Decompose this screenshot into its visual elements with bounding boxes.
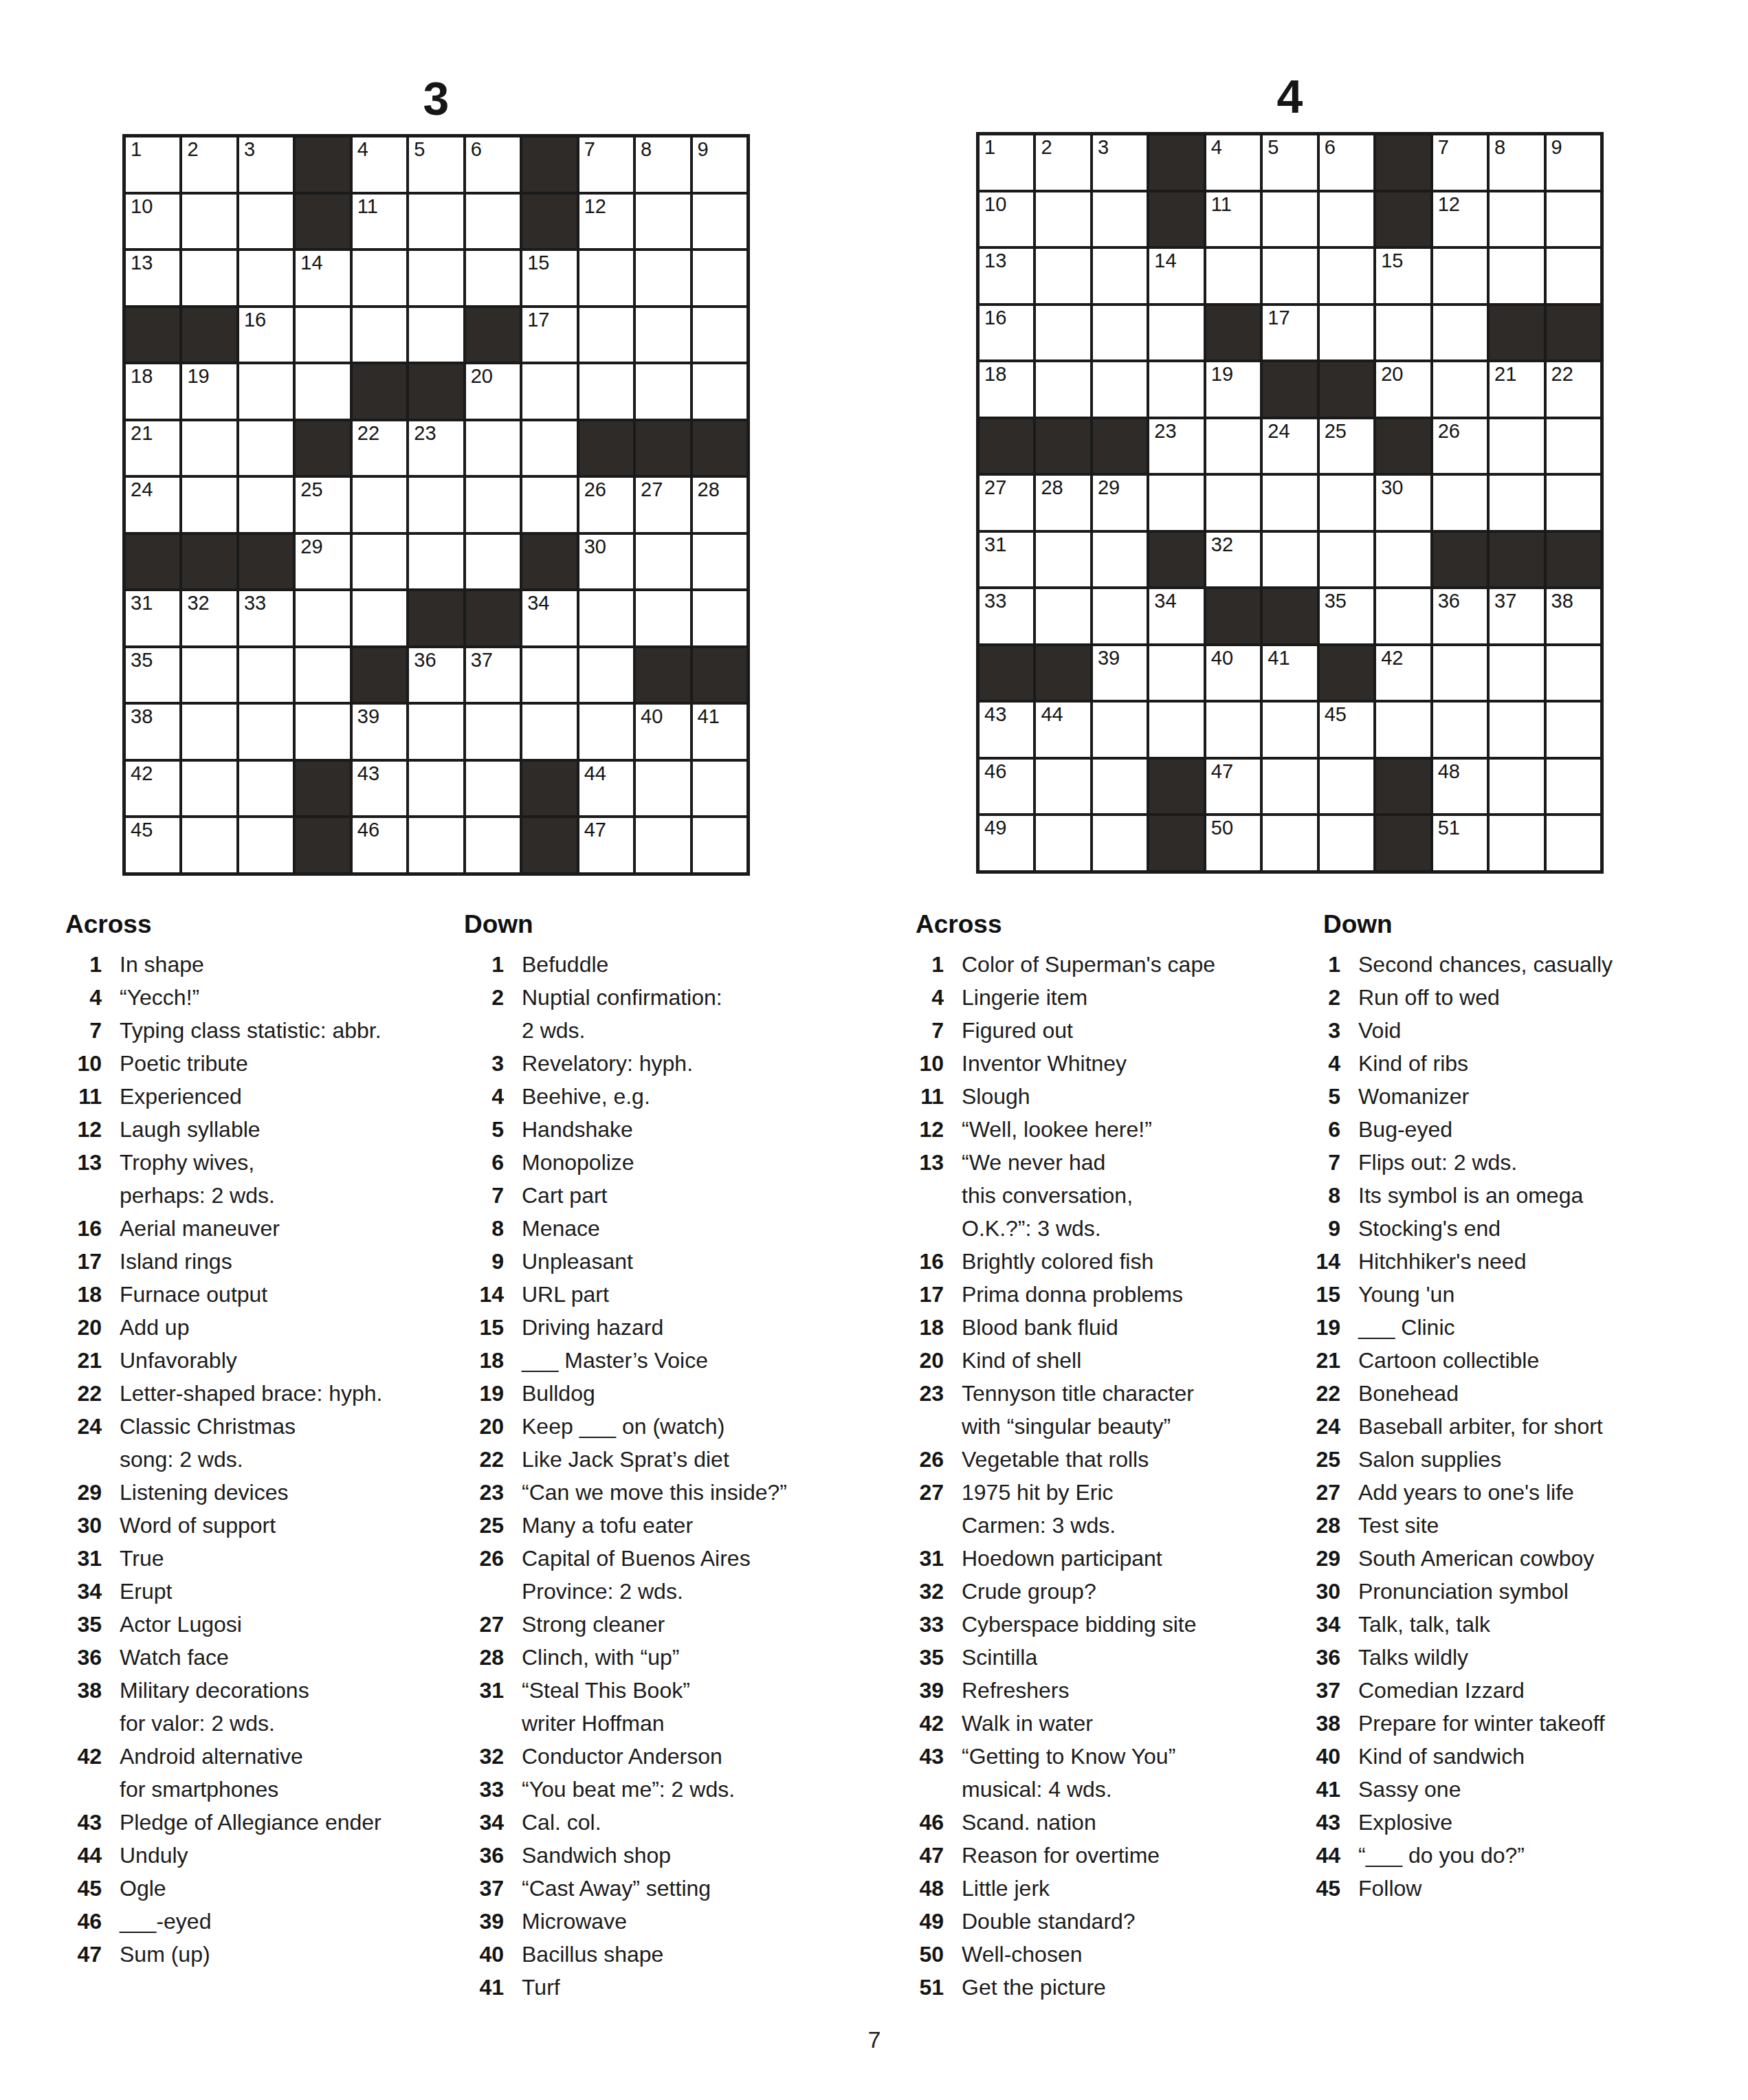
grid-cell[interactable]: 4 xyxy=(353,137,406,192)
grid-cell[interactable]: 27 xyxy=(636,478,689,532)
clue-item: 4Beehive, e.g. xyxy=(443,1080,832,1113)
clue-item-text: Scintilla xyxy=(962,1641,1037,1674)
grid-cell[interactable]: 29 xyxy=(1093,476,1147,530)
black-cell xyxy=(296,762,349,816)
clue-item-text: ___ Clinic xyxy=(1358,1311,1455,1344)
grid-cell[interactable]: 6 xyxy=(466,137,520,192)
grid-cell[interactable]: 50 xyxy=(1206,816,1260,870)
grid-cell[interactable]: 49 xyxy=(980,816,1033,870)
grid-cell[interactable] xyxy=(636,364,689,419)
grid-cell[interactable] xyxy=(1093,760,1147,814)
grid-cell[interactable] xyxy=(1036,760,1089,814)
clue-item-number: 13 xyxy=(41,1146,120,1179)
grid-cell[interactable]: 39 xyxy=(1093,646,1147,700)
clue-item: 18Blood bank fluid xyxy=(883,1311,1265,1344)
grid-cell[interactable]: 1 xyxy=(980,135,1033,190)
grid-cell[interactable] xyxy=(1206,249,1260,303)
grid-cell[interactable]: 7 xyxy=(579,137,633,192)
grid-cell[interactable]: 24 xyxy=(1263,419,1316,474)
grid-cell[interactable]: 28 xyxy=(693,478,746,532)
grid-cell[interactable]: 18 xyxy=(126,364,179,419)
grid-cell[interactable] xyxy=(636,535,689,589)
grid-cell[interactable] xyxy=(1149,703,1203,757)
grid-cell[interactable]: 8 xyxy=(1490,135,1543,190)
grid-cell[interactable] xyxy=(1433,703,1487,757)
grid-cell[interactable]: 36 xyxy=(1433,589,1487,643)
grid-cell[interactable] xyxy=(409,762,463,816)
grid-cell[interactable]: 25 xyxy=(296,478,349,532)
grid-cell[interactable]: 40 xyxy=(636,705,689,759)
grid-cell[interactable]: 38 xyxy=(126,705,179,759)
clue-item-number: 8 xyxy=(1280,1179,1358,1212)
grid-cell[interactable] xyxy=(182,195,236,249)
cell-number: 28 xyxy=(698,479,720,500)
cell-number: 40 xyxy=(641,706,663,727)
grid-cell[interactable] xyxy=(1263,816,1316,870)
grid-cell[interactable] xyxy=(1320,192,1373,247)
grid-cell[interactable] xyxy=(296,705,349,759)
grid-cell[interactable]: 21 xyxy=(1490,362,1543,417)
grid-cell[interactable] xyxy=(1376,703,1430,757)
grid-cell[interactable]: 26 xyxy=(1433,419,1487,474)
grid-cell[interactable] xyxy=(1433,646,1487,700)
grid-cell[interactable] xyxy=(1149,362,1203,417)
clue-item-number: 23 xyxy=(443,1476,522,1509)
grid-cell[interactable]: 3 xyxy=(1093,135,1147,190)
grid-cell[interactable] xyxy=(1490,703,1543,757)
grid-cell[interactable] xyxy=(1320,306,1373,360)
grid-cell[interactable]: 41 xyxy=(693,705,746,759)
grid-cell[interactable]: 8 xyxy=(636,137,689,192)
grid-cell[interactable]: 3 xyxy=(239,137,293,192)
grid-cell[interactable] xyxy=(1490,419,1543,474)
grid-cell[interactable]: 4 xyxy=(1206,135,1260,190)
grid-cell[interactable] xyxy=(1320,249,1373,303)
grid-cell[interactable] xyxy=(1149,306,1203,360)
clue-item: 32Crude group? xyxy=(883,1575,1265,1608)
grid-cell[interactable] xyxy=(1320,476,1373,530)
grid-cell[interactable] xyxy=(1320,816,1373,870)
clue-item-text: Prepare for winter takeoff xyxy=(1358,1707,1605,1740)
grid-cell[interactable] xyxy=(522,648,576,703)
grid-cell[interactable] xyxy=(1263,533,1316,587)
grid-cell[interactable]: 37 xyxy=(466,648,520,703)
grid-cell[interactable] xyxy=(1547,760,1600,814)
grid-cell[interactable] xyxy=(522,478,576,532)
grid-cell[interactable] xyxy=(1547,703,1600,757)
grid-cell[interactable] xyxy=(693,364,746,419)
black-cell xyxy=(1490,533,1543,587)
grid-cell[interactable]: 10 xyxy=(980,192,1033,247)
grid-cell[interactable] xyxy=(409,251,463,305)
grid-cell[interactable] xyxy=(466,818,520,872)
grid-cell[interactable] xyxy=(1263,760,1316,814)
clue-item: 24Baseball arbiter, for short xyxy=(1280,1410,1679,1443)
puzzle-4-down-list: 1Second chances, casually2Run off to wed… xyxy=(1280,948,1679,1905)
grid-cell[interactable] xyxy=(466,421,520,476)
grid-cell[interactable] xyxy=(636,591,689,645)
clue-item-text: Unduly xyxy=(120,1839,188,1872)
grid-cell[interactable]: 41 xyxy=(1263,646,1316,700)
clue-item: 22Bonehead xyxy=(1280,1377,1679,1410)
grid-cell[interactable]: 46 xyxy=(353,818,406,872)
grid-cell[interactable]: 28 xyxy=(1036,476,1089,530)
grid-cell[interactable] xyxy=(466,478,520,532)
grid-cell[interactable] xyxy=(1376,306,1430,360)
grid-cell[interactable] xyxy=(466,762,520,816)
grid-cell[interactable]: 43 xyxy=(980,703,1033,757)
grid-cell[interactable] xyxy=(239,648,293,703)
clue-item: 8Its symbol is an omega xyxy=(1280,1179,1679,1212)
grid-cell[interactable]: 39 xyxy=(353,705,406,759)
grid-cell[interactable] xyxy=(296,308,349,362)
grid-cell[interactable] xyxy=(182,421,236,476)
grid-cell[interactable] xyxy=(409,478,463,532)
cell-number: 49 xyxy=(984,817,1006,838)
grid-cell[interactable] xyxy=(1490,816,1543,870)
grid-cell[interactable]: 31 xyxy=(980,533,1033,587)
grid-cell[interactable] xyxy=(693,762,746,816)
grid-cell[interactable]: 6 xyxy=(1320,135,1373,190)
clue-item: 17Prima donna problems xyxy=(883,1278,1265,1311)
grid-cell[interactable] xyxy=(239,364,293,419)
grid-cell[interactable]: 22 xyxy=(353,421,406,476)
grid-cell[interactable] xyxy=(239,478,293,532)
cell-number: 17 xyxy=(527,309,549,330)
clue-item-number: 11 xyxy=(883,1080,962,1113)
grid-cell[interactable]: 9 xyxy=(693,137,746,192)
grid-cell[interactable]: 17 xyxy=(522,308,576,362)
grid-cell[interactable] xyxy=(1490,249,1543,303)
grid-cell[interactable] xyxy=(1263,249,1316,303)
grid-cell[interactable] xyxy=(1320,760,1373,814)
grid-cell[interactable]: 1 xyxy=(126,137,179,192)
cell-number: 24 xyxy=(131,479,153,500)
clue-item-number: 49 xyxy=(883,1905,962,1938)
grid-cell[interactable] xyxy=(1263,192,1316,247)
grid-cell[interactable]: 9 xyxy=(1547,135,1600,190)
grid-cell[interactable] xyxy=(636,762,689,816)
grid-cell[interactable] xyxy=(1547,476,1600,530)
grid-cell[interactable]: 21 xyxy=(126,421,179,476)
grid-cell[interactable] xyxy=(579,308,633,362)
grid-cell[interactable]: 33 xyxy=(980,589,1033,643)
grid-cell[interactable] xyxy=(409,535,463,589)
grid-cell[interactable]: 33 xyxy=(239,591,293,645)
grid-cell[interactable]: 13 xyxy=(126,251,179,305)
grid-cell[interactable] xyxy=(353,478,406,532)
grid-cell[interactable] xyxy=(1433,476,1487,530)
grid-cell[interactable]: 5 xyxy=(409,137,463,192)
grid-cell[interactable]: 45 xyxy=(1320,703,1373,757)
grid-cell[interactable]: 13 xyxy=(980,249,1033,303)
grid-cell[interactable]: 17 xyxy=(1263,306,1316,360)
grid-cell[interactable] xyxy=(579,648,633,703)
grid-cell[interactable]: 34 xyxy=(522,591,576,645)
grid-cell[interactable]: 12 xyxy=(1433,192,1487,247)
grid-cell[interactable]: 47 xyxy=(1206,760,1260,814)
grid-cell[interactable]: 15 xyxy=(522,251,576,305)
grid-cell[interactable]: 22 xyxy=(1547,362,1600,417)
grid-cell[interactable] xyxy=(1206,476,1260,530)
clue-item: 48Little jerk xyxy=(883,1872,1265,1905)
grid-cell[interactable]: 2 xyxy=(1036,135,1089,190)
grid-cell[interactable]: 37 xyxy=(1490,589,1543,643)
grid-cell[interactable]: 46 xyxy=(980,760,1033,814)
grid-cell[interactable]: 18 xyxy=(980,362,1033,417)
grid-cell[interactable] xyxy=(1036,249,1089,303)
grid-cell[interactable] xyxy=(1433,362,1487,417)
grid-cell[interactable]: 5 xyxy=(1263,135,1316,190)
grid-cell[interactable] xyxy=(182,251,236,305)
clue-item: 1In shape xyxy=(41,948,443,981)
grid-cell[interactable] xyxy=(1036,192,1089,247)
grid-cell[interactable] xyxy=(522,364,576,419)
grid-cell[interactable]: 44 xyxy=(579,762,633,816)
grid-cell[interactable]: 25 xyxy=(1320,419,1373,474)
grid-cell[interactable] xyxy=(353,308,406,362)
grid-cell[interactable]: 30 xyxy=(579,535,633,589)
grid-cell[interactable]: 14 xyxy=(296,251,349,305)
grid-cell[interactable]: 32 xyxy=(1206,533,1260,587)
grid-cell[interactable] xyxy=(1149,646,1203,700)
grid-cell[interactable]: 19 xyxy=(1206,362,1260,417)
grid-cell[interactable] xyxy=(409,195,463,249)
grid-cell[interactable] xyxy=(1547,816,1600,870)
grid-cell[interactable]: 31 xyxy=(126,591,179,645)
grid-cell[interactable] xyxy=(466,705,520,759)
grid-cell[interactable] xyxy=(1093,703,1147,757)
grid-cell[interactable]: 26 xyxy=(579,478,633,532)
grid-cell[interactable] xyxy=(1433,306,1487,360)
clue-item-text: Its symbol is an omega xyxy=(1358,1179,1583,1212)
cell-number: 31 xyxy=(984,534,1006,555)
grid-cell[interactable] xyxy=(296,648,349,703)
clue-item-number: 16 xyxy=(41,1212,120,1245)
grid-cell[interactable] xyxy=(1547,249,1600,303)
clue-item-number: 39 xyxy=(883,1674,962,1707)
puzzle-4-down-column: Down 1Second chances, casually2Run off t… xyxy=(1280,909,1679,1905)
grid-cell[interactable] xyxy=(1036,533,1089,587)
grid-cell[interactable] xyxy=(1093,249,1147,303)
grid-cell[interactable]: 20 xyxy=(466,364,520,419)
grid-cell[interactable]: 2 xyxy=(182,137,236,192)
grid-cell[interactable] xyxy=(239,705,293,759)
grid-cell[interactable]: 27 xyxy=(980,476,1033,530)
clue-item-text: Bacillus shape xyxy=(522,1938,663,1971)
grid-cell[interactable] xyxy=(296,364,349,419)
grid-cell[interactable] xyxy=(1490,646,1543,700)
grid-cell[interactable]: 38 xyxy=(1547,589,1600,643)
grid-cell[interactable] xyxy=(579,364,633,419)
clue-item-text: Blood bank fluid xyxy=(962,1311,1118,1344)
grid-cell[interactable] xyxy=(239,251,293,305)
grid-cell[interactable] xyxy=(1036,362,1089,417)
grid-cell[interactable]: 47 xyxy=(579,818,633,872)
grid-cell[interactable] xyxy=(1093,192,1147,247)
grid-cell[interactable] xyxy=(409,308,463,362)
grid-cell[interactable]: 23 xyxy=(1149,419,1203,474)
grid-cell[interactable]: 16 xyxy=(980,306,1033,360)
cell-number: 1 xyxy=(984,137,995,157)
cell-number: 12 xyxy=(1438,194,1460,214)
grid-cell[interactable] xyxy=(636,195,689,249)
grid-cell[interactable] xyxy=(1490,760,1543,814)
grid-cell[interactable] xyxy=(1093,816,1147,870)
grid-cell[interactable] xyxy=(182,478,236,532)
grid-cell[interactable] xyxy=(466,535,520,589)
cell-number: 46 xyxy=(984,761,1006,782)
grid-cell[interactable] xyxy=(522,421,576,476)
clue-item: 39Refreshers xyxy=(883,1674,1265,1707)
grid-cell[interactable] xyxy=(636,818,689,872)
grid-cell[interactable] xyxy=(1036,306,1089,360)
grid-cell[interactable] xyxy=(693,591,746,645)
grid-cell[interactable]: 29 xyxy=(296,535,349,589)
grid-cell[interactable] xyxy=(409,705,463,759)
grid-cell[interactable] xyxy=(579,251,633,305)
grid-cell[interactable] xyxy=(1376,533,1430,587)
grid-cell[interactable]: 12 xyxy=(579,195,633,249)
clue-item: 6Monopolize xyxy=(443,1146,832,1179)
grid-cell[interactable] xyxy=(466,195,520,249)
grid-cell[interactable] xyxy=(693,818,746,872)
clue-item-text: Color of Superman's cape xyxy=(962,948,1215,981)
grid-cell[interactable] xyxy=(636,251,689,305)
clue-item: 36Watch face xyxy=(41,1641,443,1674)
clue-item-text: Classic Christmas song: 2 wds. xyxy=(120,1410,296,1476)
grid-cell[interactable]: 11 xyxy=(1206,192,1260,247)
clue-item-text: Add years to one's life xyxy=(1358,1476,1574,1509)
grid-cell[interactable] xyxy=(1036,589,1089,643)
grid-cell[interactable]: 51 xyxy=(1433,816,1487,870)
grid-cell[interactable] xyxy=(1547,646,1600,700)
grid-cell[interactable] xyxy=(182,818,236,872)
grid-cell[interactable] xyxy=(353,591,406,645)
grid-cell[interactable] xyxy=(353,535,406,589)
clue-item-number: 42 xyxy=(883,1707,962,1740)
grid-cell[interactable] xyxy=(693,308,746,362)
grid-cell[interactable] xyxy=(1547,419,1600,474)
grid-cell[interactable] xyxy=(1206,703,1260,757)
black-cell xyxy=(1490,306,1543,360)
grid-cell[interactable] xyxy=(1149,476,1203,530)
grid-cell[interactable] xyxy=(1093,533,1147,587)
grid-cell[interactable] xyxy=(636,308,689,362)
clue-item-number: 23 xyxy=(883,1377,962,1410)
grid-cell[interactable]: 42 xyxy=(1376,646,1430,700)
grid-cell[interactable] xyxy=(182,762,236,816)
clue-item-text: Salon supplies xyxy=(1358,1443,1501,1476)
grid-cell[interactable] xyxy=(239,762,293,816)
grid-cell[interactable]: 16 xyxy=(239,308,293,362)
grid-cell[interactable]: 10 xyxy=(126,195,179,249)
grid-cell[interactable]: 15 xyxy=(1376,249,1430,303)
clue-item-number: 24 xyxy=(41,1410,120,1443)
grid-cell[interactable] xyxy=(1093,306,1147,360)
grid-cell[interactable] xyxy=(579,705,633,759)
grid-cell[interactable] xyxy=(1376,589,1430,643)
grid-cell[interactable] xyxy=(1547,192,1600,247)
crossword-grid-4: 1234567891011121314151617181920212223242… xyxy=(976,132,1604,874)
clue-item: 22Letter-shaped brace: hyph. xyxy=(41,1377,443,1410)
grid-cell[interactable]: 14 xyxy=(1149,249,1203,303)
grid-cell[interactable] xyxy=(693,195,746,249)
grid-cell[interactable] xyxy=(409,818,463,872)
cell-number: 4 xyxy=(1211,137,1222,157)
grid-cell[interactable] xyxy=(353,251,406,305)
grid-cell[interactable] xyxy=(466,251,520,305)
grid-cell[interactable] xyxy=(1490,476,1543,530)
clue-item: 37Comedian Izzard xyxy=(1280,1674,1679,1707)
grid-cell[interactable]: 34 xyxy=(1149,589,1203,643)
grid-cell[interactable]: 45 xyxy=(126,818,179,872)
grid-cell[interactable] xyxy=(1263,476,1316,530)
grid-cell[interactable]: 40 xyxy=(1206,646,1260,700)
down-header: Down xyxy=(1323,909,1679,940)
grid-cell[interactable]: 19 xyxy=(182,364,236,419)
grid-cell[interactable]: 20 xyxy=(1376,362,1430,417)
grid-cell[interactable]: 35 xyxy=(126,648,179,703)
grid-cell[interactable]: 42 xyxy=(126,762,179,816)
grid-cell[interactable]: 30 xyxy=(1376,476,1430,530)
grid-cell[interactable] xyxy=(1093,589,1147,643)
grid-cell[interactable]: 24 xyxy=(126,478,179,532)
grid-cell[interactable] xyxy=(1490,192,1543,247)
grid-cell[interactable] xyxy=(693,251,746,305)
grid-cell[interactable]: 7 xyxy=(1433,135,1487,190)
cell-number: 1 xyxy=(131,139,142,159)
grid-cell[interactable]: 23 xyxy=(409,421,463,476)
clue-item-number: 32 xyxy=(883,1575,962,1608)
grid-cell[interactable]: 11 xyxy=(353,195,406,249)
grid-cell[interactable]: 36 xyxy=(409,648,463,703)
crossword-grid-3: 1234567891011121314151617181920212223242… xyxy=(122,134,750,876)
grid-cell[interactable]: 35 xyxy=(1320,589,1373,643)
clue-item-text: Erupt xyxy=(120,1575,172,1608)
cell-number: 19 xyxy=(187,366,209,386)
clue-item: 11Experienced xyxy=(41,1080,443,1113)
black-cell xyxy=(1149,760,1203,814)
grid-cell[interactable] xyxy=(579,591,633,645)
grid-cell[interactable] xyxy=(522,705,576,759)
grid-cell[interactable]: 44 xyxy=(1036,703,1089,757)
grid-cell[interactable] xyxy=(693,535,746,589)
grid-cell[interactable] xyxy=(1263,703,1316,757)
grid-cell[interactable] xyxy=(182,648,236,703)
grid-cell[interactable] xyxy=(239,195,293,249)
clue-item: 4Lingerie item xyxy=(883,981,1265,1014)
grid-cell[interactable] xyxy=(1036,816,1089,870)
grid-cell[interactable]: 32 xyxy=(182,591,236,645)
clue-item: 35Scintilla xyxy=(883,1641,1265,1674)
grid-cell[interactable]: 48 xyxy=(1433,760,1487,814)
puzzle-4-across-list: 1Color of Superman's cape4Lingerie item7… xyxy=(883,948,1265,2004)
grid-cell[interactable] xyxy=(1320,533,1373,587)
grid-cell[interactable] xyxy=(1206,419,1260,474)
grid-cell[interactable] xyxy=(296,591,349,645)
cell-number: 23 xyxy=(1154,421,1176,441)
grid-cell[interactable] xyxy=(182,705,236,759)
cell-number: 7 xyxy=(584,139,595,159)
grid-cell[interactable] xyxy=(239,421,293,476)
grid-cell[interactable] xyxy=(239,818,293,872)
grid-cell[interactable]: 43 xyxy=(353,762,406,816)
grid-cell[interactable] xyxy=(1433,249,1487,303)
cell-number: 45 xyxy=(131,819,153,840)
clue-item: 43“Getting to Know You” musical: 4 wds. xyxy=(883,1740,1265,1806)
grid-cell[interactable] xyxy=(1093,362,1147,417)
